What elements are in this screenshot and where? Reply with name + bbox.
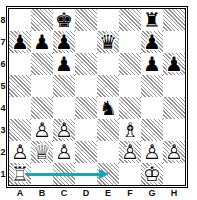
- rank-label-2: 2: [0, 141, 7, 163]
- square-g8[interactable]: ♜: [141, 9, 163, 31]
- square-g3[interactable]: [141, 119, 163, 141]
- black-pawn[interactable]: ♟: [141, 53, 163, 75]
- square-e8[interactable]: [97, 9, 119, 31]
- move-arrow-line: [26, 173, 99, 176]
- black-pawn-glyph: ♟: [9, 31, 31, 53]
- square-c6[interactable]: ♟: [53, 53, 75, 75]
- white-pawn-outline-glyph: ♙: [53, 119, 75, 141]
- square-a7[interactable]: ♟: [9, 31, 31, 53]
- square-h8[interactable]: [163, 9, 185, 31]
- square-h3[interactable]: [163, 119, 185, 141]
- white-pawn[interactable]: ♟♙: [31, 119, 53, 141]
- square-c3[interactable]: ♟♙: [53, 119, 75, 141]
- square-c2[interactable]: ♟♙: [53, 141, 75, 163]
- square-b7[interactable]: ♟: [31, 31, 53, 53]
- black-queen-glyph: ♛: [97, 31, 119, 53]
- square-g2[interactable]: ♟♙: [141, 141, 163, 163]
- white-pawn-outline-glyph: ♙: [141, 141, 163, 163]
- black-pawn-glyph: ♟: [141, 53, 163, 75]
- white-king[interactable]: ♚♔: [141, 163, 163, 185]
- square-g4[interactable]: [141, 97, 163, 119]
- white-pawn[interactable]: ♟♙: [141, 141, 163, 163]
- file-label-f: F: [119, 187, 141, 199]
- file-label-b: B: [31, 187, 53, 199]
- black-pawn-glyph: ♟: [163, 53, 185, 75]
- square-d7[interactable]: [75, 31, 97, 53]
- square-c4[interactable]: [53, 97, 75, 119]
- square-h4[interactable]: [163, 97, 185, 119]
- rank-label-5: 5: [0, 75, 7, 97]
- square-b8[interactable]: [31, 9, 53, 31]
- square-d4[interactable]: [75, 97, 97, 119]
- square-a5[interactable]: [9, 75, 31, 97]
- black-rook[interactable]: ♜: [141, 9, 163, 31]
- square-e2[interactable]: [97, 141, 119, 163]
- white-pawn-outline-glyph: ♙: [119, 141, 141, 163]
- black-queen[interactable]: ♛: [97, 31, 119, 53]
- black-knight-glyph: ♞: [97, 97, 119, 119]
- square-b4[interactable]: [31, 97, 53, 119]
- white-pawn[interactable]: ♟♙: [53, 119, 75, 141]
- chess-diagram: ♚♜♟♟♟♛♟♟♟♟♞♟♙♟♙♝♗♟♙♛♕♟♙♟♙♟♙♟♙♜♖♚♔ 876543…: [0, 0, 197, 200]
- square-f8[interactable]: [119, 9, 141, 31]
- square-e4[interactable]: ♞: [97, 97, 119, 119]
- square-f1[interactable]: [119, 163, 141, 185]
- square-d5[interactable]: [75, 75, 97, 97]
- rank-label-6: 6: [0, 53, 7, 75]
- square-e5[interactable]: [97, 75, 119, 97]
- file-label-e: E: [97, 187, 119, 199]
- black-pawn[interactable]: ♟: [141, 31, 163, 53]
- black-pawn-glyph: ♟: [53, 53, 75, 75]
- black-pawn-glyph: ♟: [53, 31, 75, 53]
- square-h7[interactable]: [163, 31, 185, 53]
- square-c7[interactable]: ♟: [53, 31, 75, 53]
- square-a3[interactable]: [9, 119, 31, 141]
- square-h1[interactable]: [163, 163, 185, 185]
- black-pawn-glyph: ♟: [31, 31, 53, 53]
- rank-label-7: 7: [0, 31, 7, 53]
- square-h2[interactable]: ♟♙: [163, 141, 185, 163]
- black-pawn[interactable]: ♟: [9, 31, 31, 53]
- white-pawn-outline-glyph: ♙: [53, 141, 75, 163]
- square-h5[interactable]: [163, 75, 185, 97]
- square-f5[interactable]: [119, 75, 141, 97]
- square-a6[interactable]: [9, 53, 31, 75]
- square-c5[interactable]: [53, 75, 75, 97]
- file-label-d: D: [75, 187, 97, 199]
- square-c8[interactable]: ♚: [53, 9, 75, 31]
- square-f7[interactable]: [119, 31, 141, 53]
- black-king-glyph: ♚: [53, 9, 75, 31]
- black-rook-glyph: ♜: [141, 9, 163, 31]
- square-a4[interactable]: [9, 97, 31, 119]
- white-queen[interactable]: ♛♕: [31, 141, 53, 163]
- square-d6[interactable]: [75, 53, 97, 75]
- white-pawn[interactable]: ♟♙: [53, 141, 75, 163]
- file-label-c: C: [53, 187, 75, 199]
- white-pawn[interactable]: ♟♙: [163, 141, 185, 163]
- square-g5[interactable]: [141, 75, 163, 97]
- square-b2[interactable]: ♛♕: [31, 141, 53, 163]
- white-pawn-outline-glyph: ♙: [163, 141, 185, 163]
- square-a8[interactable]: [9, 9, 31, 31]
- square-f6[interactable]: [119, 53, 141, 75]
- file-label-g: G: [141, 187, 163, 199]
- move-arrow-head: [99, 169, 109, 179]
- square-d3[interactable]: [75, 119, 97, 141]
- square-d8[interactable]: [75, 9, 97, 31]
- square-b3[interactable]: ♟♙: [31, 119, 53, 141]
- black-pawn[interactable]: ♟: [53, 31, 75, 53]
- square-g7[interactable]: ♟: [141, 31, 163, 53]
- white-queen-outline-glyph: ♕: [31, 141, 53, 163]
- white-pawn-outline-glyph: ♙: [9, 141, 31, 163]
- black-knight[interactable]: ♞: [97, 97, 119, 119]
- square-g6[interactable]: ♟: [141, 53, 163, 75]
- square-f2[interactable]: ♟♙: [119, 141, 141, 163]
- rank-label-3: 3: [0, 119, 7, 141]
- square-f3[interactable]: ♝♗: [119, 119, 141, 141]
- square-a2[interactable]: ♟♙: [9, 141, 31, 163]
- white-bishop-outline-glyph: ♗: [119, 119, 141, 141]
- black-pawn[interactable]: ♟: [53, 53, 75, 75]
- black-king[interactable]: ♚: [53, 9, 75, 31]
- white-pawn[interactable]: ♟♙: [119, 141, 141, 163]
- square-h6[interactable]: ♟: [163, 53, 185, 75]
- rank-label-8: 8: [0, 9, 7, 31]
- square-e3[interactable]: [97, 119, 119, 141]
- square-b6[interactable]: [31, 53, 53, 75]
- white-bishop[interactable]: ♝♗: [119, 119, 141, 141]
- white-pawn-outline-glyph: ♙: [31, 119, 53, 141]
- white-king-outline-glyph: ♔: [141, 163, 163, 185]
- file-label-a: A: [9, 187, 31, 199]
- white-pawn[interactable]: ♟♙: [9, 141, 31, 163]
- square-f4[interactable]: [119, 97, 141, 119]
- chess-board: ♚♜♟♟♟♛♟♟♟♟♞♟♙♟♙♝♗♟♙♛♕♟♙♟♙♟♙♟♙♜♖♚♔: [6, 6, 188, 188]
- square-b5[interactable]: [31, 75, 53, 97]
- square-e7[interactable]: ♛: [97, 31, 119, 53]
- square-d2[interactable]: [75, 141, 97, 163]
- rank-label-1: 1: [0, 163, 7, 185]
- square-e6[interactable]: [97, 53, 119, 75]
- black-pawn[interactable]: ♟: [31, 31, 53, 53]
- square-g1[interactable]: ♚♔: [141, 163, 163, 185]
- rank-label-4: 4: [0, 97, 7, 119]
- black-pawn[interactable]: ♟: [163, 53, 185, 75]
- file-label-h: H: [163, 187, 185, 199]
- black-pawn-glyph: ♟: [141, 31, 163, 53]
